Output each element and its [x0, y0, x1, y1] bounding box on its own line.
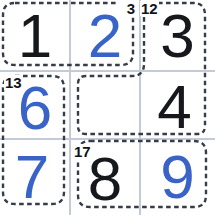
cell-r2c2[interactable]: 9 [140, 139, 215, 215]
cage-sum-3: 3 [119, 1, 136, 16]
digit-entered: 2 [88, 5, 122, 67]
cage-sum-13: 13 [4, 75, 23, 90]
digit-given: 3 [160, 5, 194, 67]
digit-entered: 9 [160, 146, 194, 208]
digit-entered: 6 [18, 77, 52, 139]
digit-given: 8 [88, 148, 122, 210]
cage-sum-12: 12 [140, 1, 159, 16]
cell-r0c0[interactable]: 1 [0, 0, 70, 71]
digit-given: 1 [18, 5, 52, 67]
digit-entered: 7 [15, 146, 49, 208]
cage-sum-17: 17 [73, 144, 92, 159]
cell-r2c0[interactable]: 7 [0, 139, 70, 215]
digit-given: 4 [157, 76, 191, 138]
cell-r1c1[interactable] [70, 71, 140, 139]
cell-r1c2[interactable]: 4 [140, 71, 215, 139]
killer-sudoku-board: 3 12 13 17 1 2 3 6 4 7 8 9 [0, 0, 215, 215]
